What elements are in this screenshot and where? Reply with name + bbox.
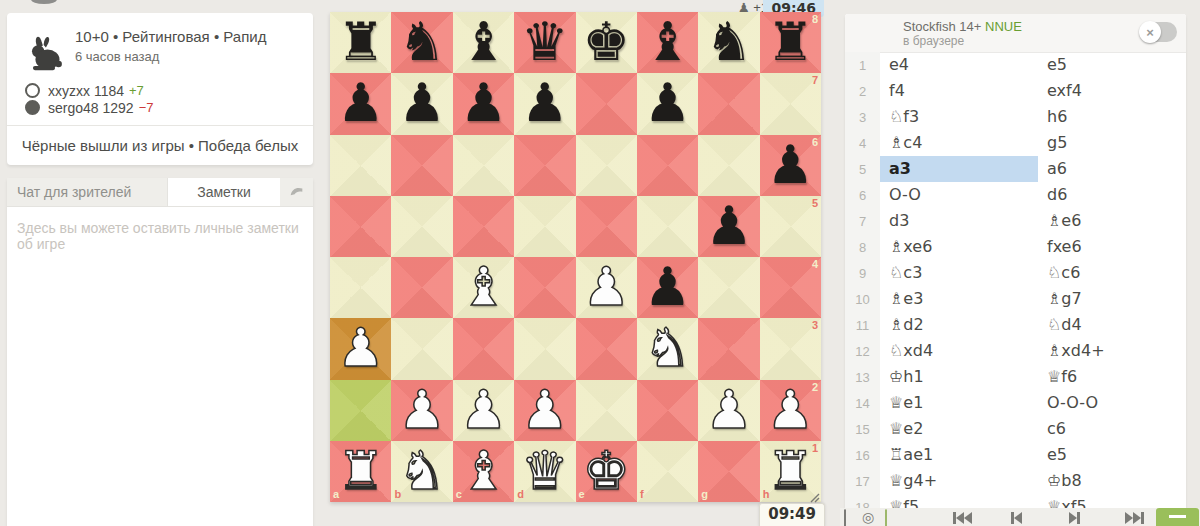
notes-textarea[interactable] (7, 207, 313, 523)
chat-tabs: Чат для зрителей Заметки (7, 178, 313, 207)
rank-label-4: 4 (812, 259, 818, 270)
move-13-black[interactable]: ♕f6 (1038, 364, 1186, 390)
square-a2[interactable] (330, 380, 391, 441)
move-1-white[interactable]: e4 (880, 52, 1038, 78)
move-16-white[interactable]: ♖ae1 (880, 442, 1038, 468)
square-c2[interactable]: ♟ (453, 380, 514, 441)
game-time-ago: 6 часов назад (75, 49, 266, 64)
square-c1[interactable]: c♝ (453, 441, 514, 502)
move-1-black[interactable]: e5 (1038, 52, 1186, 78)
players-block: xxyzxx 1184 +7 sergo48 1292 −7 (25, 82, 313, 116)
square-b2[interactable]: ♟ (391, 380, 452, 441)
square-e8[interactable]: ♚ (576, 12, 637, 73)
toggle-knob: × (1139, 21, 1161, 43)
move-3-white[interactable]: ♘f3 (880, 104, 1038, 130)
move-10-white[interactable]: ♗e3 (880, 286, 1038, 312)
white-bishop-c1[interactable]: ♝ (460, 444, 508, 497)
square-h4[interactable]: 4 (760, 257, 821, 318)
move-3-black[interactable]: h6 (1038, 104, 1186, 130)
square-e7[interactable] (576, 73, 637, 134)
black-bishop-c8[interactable]: ♝ (460, 15, 508, 68)
square-b5[interactable] (391, 196, 452, 257)
white-knight-b1[interactable]: ♞ (398, 444, 446, 497)
analysis-board-icon[interactable] (844, 511, 846, 525)
board-editor-icon[interactable] (885, 511, 887, 525)
square-d8[interactable]: ♛ (514, 12, 575, 73)
move-row-18: 18♕f5♕xf5 (845, 494, 1186, 508)
move-row-2: 2f4exf4 (845, 78, 1186, 104)
move-7-black[interactable]: ♗e6 (1038, 208, 1186, 234)
square-a1[interactable]: a♜ (330, 441, 391, 502)
move-number: 4 (845, 136, 880, 151)
black-bishop-f8[interactable]: ♝ (644, 15, 692, 68)
black-rook-h8[interactable]: ♜ (767, 15, 815, 68)
rank-label-3: 3 (812, 320, 818, 331)
move-number: 7 (845, 214, 880, 229)
phone-icon (289, 184, 305, 200)
square-c7[interactable]: ♟ (453, 73, 514, 134)
white-pawn-b2[interactable]: ♟ (398, 383, 446, 436)
square-b4[interactable] (391, 257, 452, 318)
move-number: 15 (845, 422, 880, 437)
move-17-black[interactable]: ♔b8 (1038, 468, 1186, 494)
move-4-white[interactable]: ♗c4 (880, 130, 1038, 156)
square-b7[interactable]: ♟ (391, 73, 452, 134)
square-c4[interactable]: ♝ (453, 257, 514, 318)
move-11-black[interactable]: ♘d4 (1038, 312, 1186, 338)
move-15-white[interactable]: ♕e2 (880, 416, 1038, 442)
move-number: 11 (845, 318, 880, 333)
move-number: 9 (845, 266, 880, 281)
move-4-black[interactable]: g5 (1038, 130, 1186, 156)
lichess-logo-fragment (31, 0, 57, 4)
move-number: 6 (845, 188, 880, 203)
game-result: Чёрные вышли из игры • Победа белых (7, 126, 313, 154)
move-16-black[interactable]: e5 (1038, 442, 1186, 468)
white-rating-delta: +7 (129, 83, 144, 98)
square-g8[interactable]: ♞ (698, 12, 759, 73)
move-row-7: 7d3♗e6 (845, 208, 1186, 234)
black-knight-g8[interactable]: ♞ (705, 15, 753, 68)
square-b3[interactable] (391, 318, 452, 379)
white-king-e1[interactable]: ♚ (582, 444, 630, 497)
square-f7[interactable]: ♟ (637, 73, 698, 134)
move-row-14: 14♕e1O-O-O (845, 390, 1186, 416)
voice-chat-button[interactable] (280, 178, 313, 206)
file-label-f: f (640, 489, 644, 500)
rapid-rabbit-icon (25, 30, 63, 72)
white-player-name: xxyzxx 1184 (48, 83, 124, 99)
move-8-white[interactable]: ♗xe6 (880, 234, 1038, 260)
square-b1[interactable]: b♞ (391, 441, 452, 502)
move-18-white[interactable]: ♕f5 (880, 494, 1038, 508)
black-pawn-h6[interactable]: ♟ (767, 138, 815, 191)
square-e6[interactable] (576, 135, 637, 196)
square-g2[interactable]: ♟ (698, 380, 759, 441)
move-11-white[interactable]: ♗d2 (880, 312, 1038, 338)
square-g5[interactable]: ♟ (698, 196, 759, 257)
white-pawn-g2[interactable]: ♟ (705, 383, 753, 436)
square-g1[interactable]: g (698, 441, 759, 502)
square-g3[interactable] (698, 318, 759, 379)
black-player-row[interactable]: sergo48 1292 −7 (25, 99, 313, 116)
move-6-white[interactable]: O-O (880, 182, 1038, 208)
game-meta: 10+0 • Рейтинговая • Рапид 6 часов назад (7, 13, 313, 72)
black-color-icon (25, 100, 40, 115)
move-17-white[interactable]: ♕g4+ (880, 468, 1038, 494)
move-row-6: 6O-Od6 (845, 182, 1186, 208)
white-rook-a1[interactable]: ♜ (337, 444, 385, 497)
square-a8[interactable]: ♜ (330, 12, 391, 73)
rank-label-7: 7 (812, 75, 818, 86)
engine-location: в браузере (903, 34, 964, 48)
move-5-black[interactable]: a6 (1038, 156, 1186, 182)
black-player-name: sergo48 1292 (48, 100, 134, 116)
square-a4[interactable] (330, 257, 391, 318)
move-row-11: 11♗d2♘d4 (845, 312, 1186, 338)
square-d6[interactable] (514, 135, 575, 196)
move-number: 5 (845, 162, 880, 177)
move-9-black[interactable]: ♘c6 (1038, 260, 1186, 286)
move-6-black[interactable]: d6 (1038, 182, 1186, 208)
square-f6[interactable] (637, 135, 698, 196)
black-rook-a8[interactable]: ♜ (337, 15, 385, 68)
black-pawn-f7[interactable]: ♟ (644, 76, 692, 129)
rank-label-5: 5 (812, 198, 818, 209)
square-a3[interactable]: ♟ (330, 318, 391, 379)
move-row-12: 12♘xd4♗xd4+ (845, 338, 1186, 364)
white-pawn-d2[interactable]: ♟ (521, 383, 569, 436)
square-d7[interactable]: ♟ (514, 73, 575, 134)
square-h6[interactable]: 6♟ (760, 135, 821, 196)
square-b8[interactable]: ♞ (391, 12, 452, 73)
square-h7[interactable]: 7 (760, 73, 821, 134)
chess-board[interactable]: ♜♞♝♛♚♝♞8♜♟♟♟♟♟76♟♟5♝♟♟4♟♞3♟♟♟♟2♟a♜b♞c♝d♛… (330, 12, 821, 502)
square-d1[interactable]: d♛ (514, 441, 575, 502)
last-move-button[interactable] (1125, 511, 1144, 524)
square-c5[interactable] (453, 196, 514, 257)
move-row-16: 16♖ae1e5 (845, 442, 1186, 468)
black-pawn-f4[interactable]: ♟ (644, 260, 692, 313)
square-d3[interactable] (514, 318, 575, 379)
move-number: 17 (845, 474, 880, 489)
square-h2[interactable]: 2♟ (760, 380, 821, 441)
black-knight-b8[interactable]: ♞ (398, 15, 446, 68)
move-number: 2 (845, 84, 880, 99)
move-row-9: 9♘c3♘c6 (845, 260, 1186, 286)
square-g4[interactable] (698, 257, 759, 318)
move-12-black[interactable]: ♗xd4+ (1038, 338, 1186, 364)
white-pawn-h2[interactable]: ♟ (767, 383, 815, 436)
game-meta-text: 10+0 • Рейтинговая • Рапид 6 часов назад (75, 28, 266, 64)
move-number: 18 (845, 500, 880, 509)
white-pawn-a3[interactable]: ♟ (337, 321, 385, 374)
move-row-1: 1e4e5 (845, 52, 1186, 78)
move-row-15: 15♕e2c6 (845, 416, 1186, 442)
white-color-icon (25, 83, 40, 98)
square-f3[interactable]: ♞ (637, 318, 698, 379)
black-pawn-c7[interactable]: ♟ (460, 76, 508, 129)
square-a7[interactable]: ♟ (330, 73, 391, 134)
square-g7[interactable] (698, 73, 759, 134)
move-5-white[interactable]: a3 (880, 156, 1038, 182)
square-e4[interactable]: ♟ (576, 257, 637, 318)
move-10-black[interactable]: ♗g7 (1038, 286, 1186, 312)
move-number: 13 (845, 370, 880, 385)
move-number: 12 (845, 344, 880, 359)
black-queen-d8[interactable]: ♛ (521, 15, 569, 68)
move-row-4: 4♗c4g5 (845, 130, 1186, 156)
square-b6[interactable] (391, 135, 452, 196)
game-setup: 10+0 • Рейтинговая • Рапид (75, 28, 266, 45)
square-e1[interactable]: e♚ (576, 441, 637, 502)
black-pawn-g5[interactable]: ♟ (705, 199, 753, 252)
tab-spectator-chat[interactable]: Чат для зрителей (7, 178, 167, 206)
move-7-white[interactable]: d3 (880, 208, 1038, 234)
move-8-black[interactable]: fxe6 (1038, 234, 1186, 260)
move-12-white[interactable]: ♘xd4 (880, 338, 1038, 364)
previous-move-button[interactable] (1011, 511, 1022, 524)
black-pawn-a7[interactable]: ♟ (337, 76, 385, 129)
white-clock: 09:49 (759, 503, 825, 526)
engine-name: Stockfish 14+ NNUE (903, 19, 1022, 34)
move-number: 1 (845, 58, 880, 73)
square-e5[interactable] (576, 196, 637, 257)
white-queen-d1[interactable]: ♛ (521, 444, 569, 497)
engine-header: Stockfish 14+ NNUE в браузере × (845, 14, 1186, 53)
engine-toggle[interactable]: × (1140, 22, 1177, 42)
move-9-white[interactable]: ♘c3 (880, 260, 1038, 286)
engine-name-text: Stockfish 14+ (903, 19, 981, 34)
move-18-black[interactable]: ♕xf5 (1038, 494, 1186, 508)
move-row-3: 3♘f3h6 (845, 104, 1186, 130)
white-pawn-c2[interactable]: ♟ (460, 383, 508, 436)
square-e3[interactable] (576, 318, 637, 379)
move-number: 8 (845, 240, 880, 255)
board-column: ♟ +1 09:46 ♜♞♝♛♚♝♞8♜♟♟♟♟♟76♟♟5♝♟♟4♟♞3♟♟♟… (330, 0, 822, 526)
square-h8[interactable]: 8♜ (760, 12, 821, 73)
next-move-button[interactable] (1069, 511, 1080, 524)
square-a6[interactable] (330, 135, 391, 196)
square-a5[interactable] (330, 196, 391, 257)
move-number: 3 (845, 110, 880, 125)
square-f4[interactable]: ♟ (637, 257, 698, 318)
square-c8[interactable]: ♝ (453, 12, 514, 73)
move-2-white[interactable]: f4 (880, 78, 1038, 104)
analysis-panel: Stockfish 14+ NNUE в браузере × 1e4e52f4… (845, 14, 1186, 508)
move-row-17: 17♕g4+♔b8 (845, 468, 1186, 494)
action-menu-button[interactable] (1156, 508, 1199, 526)
black-rating-delta: −7 (139, 100, 154, 115)
first-move-button[interactable] (953, 511, 972, 524)
square-f8[interactable]: ♝ (637, 12, 698, 73)
move-number: 14 (845, 396, 880, 411)
square-c6[interactable] (453, 135, 514, 196)
tab-notes[interactable]: Заметки (167, 178, 280, 206)
black-king-e8[interactable]: ♚ (582, 15, 630, 68)
square-f2[interactable] (637, 380, 698, 441)
square-d4[interactable] (514, 257, 575, 318)
square-e2[interactable] (576, 380, 637, 441)
move-13-white[interactable]: ♔h1 (880, 364, 1038, 390)
square-f1[interactable]: f (637, 441, 698, 502)
square-g6[interactable] (698, 135, 759, 196)
move-number: 10 (845, 292, 880, 307)
black-pawn-b7[interactable]: ♟ (398, 76, 446, 129)
square-h5[interactable]: 5 (760, 196, 821, 257)
chat-card: Чат для зрителей Заметки (7, 178, 313, 526)
analysis-toolbar: ◎ (840, 508, 1200, 526)
file-label-g: g (701, 489, 708, 500)
square-c3[interactable] (453, 318, 514, 379)
move-row-10: 10♗e3♗g7 (845, 286, 1186, 312)
move-row-13: 13♔h1♕f6 (845, 364, 1186, 390)
move-row-5: 5a3a6 (845, 156, 1186, 182)
engine-nnue-badge: NNUE (985, 19, 1022, 34)
move-2-black[interactable]: exf4 (1038, 78, 1186, 104)
move-14-black[interactable]: O-O-O (1038, 390, 1186, 416)
move-15-black[interactable]: c6 (1038, 416, 1186, 442)
white-player-row[interactable]: xxyzxx 1184 +7 (25, 82, 313, 99)
game-info-card: 10+0 • Рейтинговая • Рапид 6 часов назад… (7, 13, 313, 165)
move-row-8: 8♗xe6fxe6 (845, 234, 1186, 260)
white-bishop-c4[interactable]: ♝ (460, 260, 508, 313)
close-icon: × (1146, 26, 1154, 39)
page: 10+0 • Рейтинговая • Рапид 6 часов назад… (0, 0, 1200, 526)
square-d5[interactable] (514, 196, 575, 257)
square-f5[interactable] (637, 196, 698, 257)
board-resize-handle[interactable] (810, 493, 821, 503)
black-pawn-d7[interactable]: ♟ (521, 76, 569, 129)
square-h3[interactable]: 3 (760, 318, 821, 379)
white-rook-h1[interactable]: ♜ (767, 444, 815, 497)
white-pawn-e4[interactable]: ♟ (582, 260, 630, 313)
move-number: 16 (845, 448, 880, 463)
square-d2[interactable]: ♟ (514, 380, 575, 441)
gauge-icon[interactable]: ◎ (862, 510, 874, 524)
white-knight-f3[interactable]: ♞ (644, 321, 692, 374)
move-14-white[interactable]: ♕e1 (880, 390, 1038, 416)
move-list: 1e4e52f4exf43♘f3h64♗c4g55a3a66O-Od67d3♗e… (845, 52, 1186, 508)
